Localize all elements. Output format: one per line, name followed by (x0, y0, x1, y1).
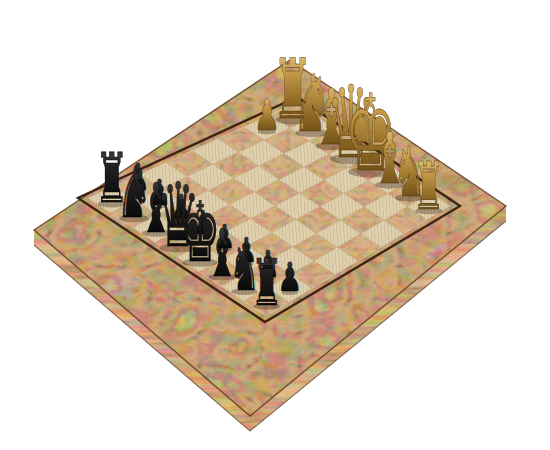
piece-white-rook-h1[interactable]: ♜ (413, 149, 445, 226)
piece-black-rook-h8[interactable]: ♜ (251, 245, 283, 319)
chess-set-scene: ♜♟♞♝♛♚♝♟♞♜♟♜♞♟♝♟♛♟♚♟♝♟♞♟♜ (0, 0, 550, 450)
piece-white-pawn-a2[interactable]: ♟ (253, 91, 280, 141)
product-photo: Overhead-angle product photo of a walnut… (0, 0, 550, 450)
